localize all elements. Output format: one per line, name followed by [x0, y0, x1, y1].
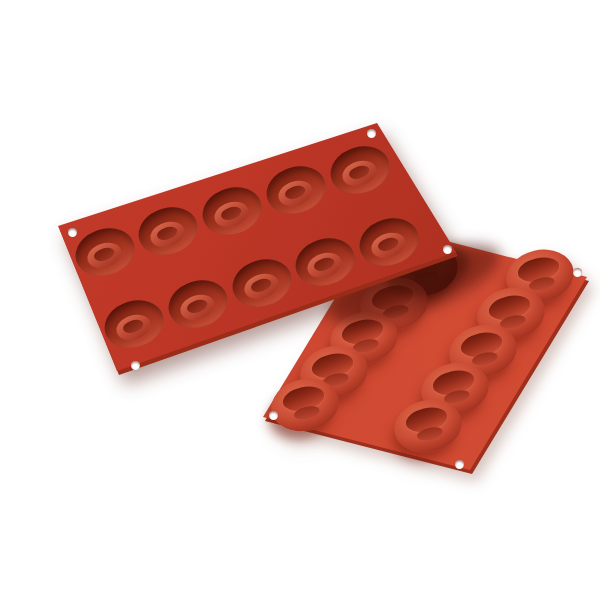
mold-dome [325, 305, 403, 371]
mold-dome [501, 243, 579, 309]
hanging-hole [131, 361, 140, 370]
dimple-floor [416, 425, 444, 443]
dimple-floor [322, 371, 350, 389]
cavity-island [275, 176, 316, 210]
mold-dome [385, 237, 463, 303]
hanging-hole [367, 129, 376, 138]
dome-dimple [399, 247, 445, 279]
cavity-island [147, 218, 188, 252]
island-pit [219, 204, 243, 222]
mold-cavity [162, 272, 233, 334]
dome-dimple [458, 328, 504, 360]
mold-dome [355, 271, 433, 337]
dimple-floor [443, 388, 471, 406]
cavity-island [211, 197, 252, 231]
mold-dome [389, 393, 467, 459]
island-pit [121, 317, 145, 335]
rear-mold-edge [2, 4, 600, 600]
island-pit [347, 163, 371, 181]
island-pit [185, 297, 209, 315]
island-pit [248, 276, 272, 294]
hanging-hole [573, 268, 582, 277]
mold-cavity [196, 179, 267, 241]
cavity-island [113, 310, 154, 344]
mold-cavity [260, 159, 331, 221]
cast-shadow-deep [380, 238, 474, 304]
dimple-floor [293, 404, 321, 422]
dome-dimple [403, 403, 449, 435]
dome-dimple [369, 281, 415, 313]
island-pit [92, 245, 116, 263]
photo-caption: Two terracotta-red silicone baking mold … [0, 0, 1, 1]
island-pit [155, 224, 179, 242]
dome-dimple [339, 315, 385, 347]
hanging-hole [455, 460, 464, 469]
cavity-island [176, 290, 217, 324]
island-pit [283, 183, 307, 201]
mold-dome [416, 356, 494, 422]
mold-dome [444, 318, 522, 384]
dome-dimple [486, 291, 532, 323]
cavity-island [240, 269, 281, 303]
silicone-mold-front-flipped [0, 0, 600, 600]
dimple-floor [352, 337, 380, 355]
hanging-hole [269, 411, 278, 420]
island-pit [376, 235, 400, 253]
mold-cavity [226, 252, 297, 314]
mold-cavity [290, 231, 361, 293]
front-mold-sheet [0, 0, 600, 600]
hanging-hole [443, 245, 452, 254]
silicone-mold-rear-cavities [0, 0, 600, 600]
mold-cavity [98, 293, 169, 355]
mold-dome [266, 372, 344, 438]
dome-dimple [430, 366, 476, 398]
dome-dimple [309, 349, 355, 381]
dome-dimple [515, 253, 561, 285]
dimple-floor [471, 350, 499, 368]
mold-dome [472, 281, 550, 347]
cavity-island [83, 238, 124, 272]
product-photo: Two terracotta-red silicone baking mold … [0, 0, 600, 600]
front-mold-edge [2, 4, 600, 600]
cast-shadow [321, 228, 509, 341]
cavity-island [368, 228, 409, 262]
dome-dimple [280, 382, 326, 414]
dimple-floor [499, 313, 527, 331]
dimple-floor [412, 269, 440, 287]
mold-cavity [133, 200, 204, 262]
cavity-island [338, 156, 379, 190]
mold-cavity [69, 221, 140, 283]
island-pit [312, 256, 336, 274]
mold-cavity [324, 138, 395, 200]
mold-dome [295, 339, 373, 405]
dimple-floor [382, 303, 410, 321]
dimple-floor [528, 275, 556, 293]
rear-mold-sheet [0, 0, 600, 600]
mold-cavity [353, 211, 424, 273]
hanging-hole [68, 228, 77, 237]
cavity-island [304, 249, 345, 283]
